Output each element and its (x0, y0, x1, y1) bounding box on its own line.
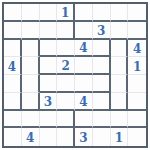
cell-r2c8[interactable] (128, 22, 146, 40)
cell-r7c4[interactable] (57, 111, 75, 129)
cell-r5c7[interactable] (111, 75, 129, 93)
cell-r5c8[interactable] (128, 75, 146, 93)
cell-r2c2[interactable] (22, 22, 40, 40)
cell-r7c3[interactable] (40, 111, 58, 129)
cell-r1c6[interactable] (93, 4, 111, 22)
cell-r8c2[interactable]: 4 (22, 128, 40, 146)
cell-r5c1[interactable] (4, 75, 22, 93)
cell-r4c1[interactable]: 4 (4, 57, 22, 75)
cell-r1c3[interactable] (40, 4, 58, 22)
cell-r1c5[interactable] (75, 4, 93, 22)
cell-r4c2[interactable] (22, 57, 40, 75)
cell-r7c6[interactable] (93, 111, 111, 129)
given-digit: 4 (8, 60, 16, 72)
given-digit: 1 (61, 6, 69, 18)
cell-r4c4[interactable]: 2 (57, 57, 75, 75)
cell-r2c1[interactable] (4, 22, 22, 40)
given-digit: 4 (133, 42, 141, 54)
given-digit: 1 (115, 132, 123, 144)
cell-r3c5[interactable]: 4 (75, 40, 93, 58)
cell-r1c4[interactable]: 1 (57, 4, 75, 22)
puzzle-page: 134442134431 (0, 0, 150, 150)
cell-r6c8[interactable] (128, 93, 146, 111)
cell-r6c1[interactable] (4, 93, 22, 111)
cell-r8c7[interactable]: 1 (111, 128, 129, 146)
cell-r2c6[interactable]: 3 (93, 22, 111, 40)
cell-r3c4[interactable] (57, 40, 75, 58)
cell-r1c2[interactable] (22, 4, 40, 22)
cell-r2c4[interactable] (57, 22, 75, 40)
given-digit: 3 (79, 132, 87, 144)
cell-r8c8[interactable] (128, 128, 146, 146)
cell-r5c4[interactable] (57, 75, 75, 93)
cell-r5c3[interactable] (40, 75, 58, 93)
cell-r5c5[interactable] (75, 75, 93, 93)
given-digit: 1 (133, 60, 141, 72)
cell-r4c7[interactable] (111, 57, 129, 75)
cell-r2c5[interactable] (75, 22, 93, 40)
cell-r7c5[interactable] (75, 111, 93, 129)
given-digit: 4 (26, 132, 34, 144)
cell-r6c2[interactable] (22, 93, 40, 111)
cell-r4c3[interactable] (40, 57, 58, 75)
given-digit: 4 (79, 42, 87, 54)
cell-r6c3[interactable]: 3 (40, 93, 58, 111)
cell-r8c6[interactable] (93, 128, 111, 146)
given-digit: 3 (44, 95, 52, 107)
cell-r5c2[interactable] (22, 75, 40, 93)
cell-r8c1[interactable] (4, 128, 22, 146)
cell-r7c1[interactable] (4, 111, 22, 129)
cell-r5c6[interactable] (93, 75, 111, 93)
cell-r8c3[interactable] (40, 128, 58, 146)
given-digit: 3 (97, 24, 105, 36)
cell-r3c3[interactable] (40, 40, 58, 58)
given-digit: 2 (61, 60, 69, 72)
cell-r3c8[interactable]: 4 (128, 40, 146, 58)
cell-r8c4[interactable] (57, 128, 75, 146)
puzzle-board: 134442134431 (2, 2, 148, 148)
cell-r3c2[interactable] (22, 40, 40, 58)
cell-r7c2[interactable] (22, 111, 40, 129)
cell-r4c6[interactable] (93, 57, 111, 75)
cell-r1c7[interactable] (111, 4, 129, 22)
cell-r7c8[interactable] (128, 111, 146, 129)
cell-r6c7[interactable] (111, 93, 129, 111)
cell-r1c1[interactable] (4, 4, 22, 22)
cell-r3c6[interactable] (93, 40, 111, 58)
cell-r2c3[interactable] (40, 22, 58, 40)
cell-r6c6[interactable] (93, 93, 111, 111)
cell-r3c7[interactable] (111, 40, 129, 58)
cell-r4c8[interactable]: 1 (128, 57, 146, 75)
cell-r1c8[interactable] (128, 4, 146, 22)
cell-r2c7[interactable] (111, 22, 129, 40)
given-digit: 4 (79, 95, 87, 107)
cell-r4c5[interactable] (75, 57, 93, 75)
cell-r8c5[interactable]: 3 (75, 128, 93, 146)
cell-r6c5[interactable]: 4 (75, 93, 93, 111)
cell-r6c4[interactable] (57, 93, 75, 111)
cell-r7c7[interactable] (111, 111, 129, 129)
cell-r3c1[interactable] (4, 40, 22, 58)
